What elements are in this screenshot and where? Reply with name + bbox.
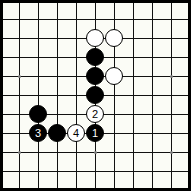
white-stone-move-4: 4	[67, 124, 85, 142]
white-stone	[86, 29, 104, 47]
go-board: 2341	[0, 0, 191, 191]
black-stone	[48, 124, 66, 142]
board-point-5-4	[86, 67, 105, 86]
board-point-4-7: 4	[67, 124, 86, 143]
board-point-5-6: 2	[86, 105, 105, 124]
board-point-5-3	[86, 48, 105, 67]
move-number-label: 2	[92, 109, 98, 120]
board-point-2-6	[29, 105, 48, 124]
move-number-label: 3	[35, 128, 41, 139]
board-point-2-7: 3	[29, 124, 48, 143]
board-point-6-2	[105, 29, 124, 48]
board-point-5-5	[86, 86, 105, 105]
board-point-3-7	[48, 124, 67, 143]
white-stone-move-2: 2	[86, 105, 104, 123]
black-stone	[86, 67, 104, 85]
black-stone-move-1: 1	[86, 124, 104, 142]
move-number-label: 1	[92, 128, 98, 139]
black-stone	[29, 105, 47, 123]
board-point-5-2	[86, 29, 105, 48]
move-number-label: 4	[73, 128, 79, 139]
board-point-5-7: 1	[86, 124, 105, 143]
black-stone	[86, 48, 104, 66]
white-stone	[105, 29, 123, 47]
board-point-6-4	[105, 67, 124, 86]
black-stone	[86, 86, 104, 104]
black-stone-move-3: 3	[29, 124, 47, 142]
stones-layer: 2341	[0, 0, 191, 191]
white-stone	[105, 67, 123, 85]
